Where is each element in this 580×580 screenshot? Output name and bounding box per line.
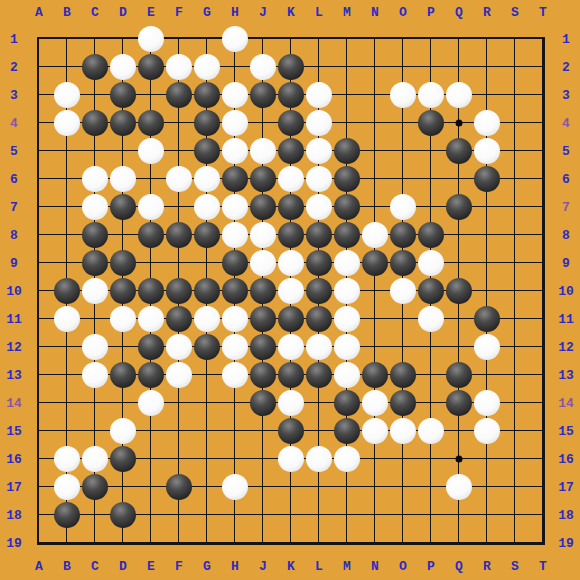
- row-label-right: 16: [558, 452, 574, 467]
- black-stone: [194, 110, 220, 136]
- column-label-bottom: H: [231, 559, 239, 574]
- black-stone: [82, 110, 108, 136]
- white-stone: [306, 334, 332, 360]
- black-stone: [110, 362, 136, 388]
- black-stone: [194, 222, 220, 248]
- column-label-top: P: [427, 5, 435, 20]
- black-stone: [334, 138, 360, 164]
- white-stone: [306, 110, 332, 136]
- column-label-bottom: K: [287, 559, 295, 574]
- white-stone: [54, 446, 80, 472]
- white-stone: [194, 166, 220, 192]
- black-stone: [222, 278, 248, 304]
- white-stone: [390, 82, 416, 108]
- row-label-right: 4: [562, 116, 570, 131]
- black-stone: [334, 390, 360, 416]
- black-stone: [278, 362, 304, 388]
- white-stone: [446, 474, 472, 500]
- white-stone: [278, 390, 304, 416]
- black-stone: [306, 278, 332, 304]
- black-stone: [138, 278, 164, 304]
- black-stone: [250, 82, 276, 108]
- black-stone: [166, 222, 192, 248]
- row-label-right: 6: [562, 172, 570, 187]
- column-label-bottom: S: [511, 559, 519, 574]
- white-stone: [334, 306, 360, 332]
- black-stone: [110, 82, 136, 108]
- white-stone: [418, 250, 444, 276]
- column-label-top: H: [231, 5, 239, 20]
- column-label-top: R: [483, 5, 491, 20]
- black-stone: [82, 54, 108, 80]
- black-stone: [194, 138, 220, 164]
- row-label-right: 7: [562, 200, 570, 215]
- row-label-left: 16: [6, 452, 22, 467]
- black-stone: [306, 250, 332, 276]
- black-stone: [278, 138, 304, 164]
- white-stone: [82, 278, 108, 304]
- white-stone: [110, 166, 136, 192]
- white-stone: [82, 362, 108, 388]
- row-label-left: 6: [10, 172, 18, 187]
- white-stone: [334, 334, 360, 360]
- white-stone: [110, 306, 136, 332]
- black-stone: [390, 222, 416, 248]
- column-label-bottom: A: [35, 559, 43, 574]
- black-stone: [446, 390, 472, 416]
- black-stone: [222, 250, 248, 276]
- black-stone: [334, 194, 360, 220]
- white-stone: [222, 194, 248, 220]
- black-stone: [418, 222, 444, 248]
- black-stone: [278, 194, 304, 220]
- black-stone: [278, 82, 304, 108]
- row-label-left: 9: [10, 256, 18, 271]
- column-label-top: J: [259, 5, 267, 20]
- black-stone: [446, 362, 472, 388]
- hoshi-point: [455, 119, 462, 126]
- black-stone: [306, 222, 332, 248]
- black-stone: [418, 278, 444, 304]
- white-stone: [138, 26, 164, 52]
- white-stone: [250, 222, 276, 248]
- white-stone: [418, 82, 444, 108]
- black-stone: [110, 110, 136, 136]
- column-label-top: C: [91, 5, 99, 20]
- black-stone: [278, 110, 304, 136]
- row-label-right: 18: [558, 508, 574, 523]
- black-stone: [82, 250, 108, 276]
- white-stone: [306, 446, 332, 472]
- white-stone: [278, 250, 304, 276]
- white-stone: [474, 390, 500, 416]
- black-stone: [54, 278, 80, 304]
- black-stone: [278, 54, 304, 80]
- white-stone: [306, 166, 332, 192]
- white-stone: [54, 306, 80, 332]
- column-label-bottom: L: [315, 559, 323, 574]
- white-stone: [474, 110, 500, 136]
- column-label-bottom: Q: [455, 559, 463, 574]
- white-stone: [222, 306, 248, 332]
- black-stone: [474, 306, 500, 332]
- row-label-left: 4: [10, 116, 18, 131]
- column-label-top: E: [147, 5, 155, 20]
- black-stone: [334, 222, 360, 248]
- white-stone: [250, 138, 276, 164]
- black-stone: [82, 222, 108, 248]
- white-stone: [138, 194, 164, 220]
- white-stone: [222, 474, 248, 500]
- black-stone: [362, 250, 388, 276]
- black-stone: [110, 194, 136, 220]
- black-stone: [390, 390, 416, 416]
- black-stone: [82, 474, 108, 500]
- white-stone: [222, 138, 248, 164]
- column-label-top: A: [35, 5, 43, 20]
- black-stone: [110, 502, 136, 528]
- black-stone: [446, 278, 472, 304]
- row-label-right: 19: [558, 536, 574, 551]
- white-stone: [222, 334, 248, 360]
- black-stone: [166, 82, 192, 108]
- column-label-bottom: E: [147, 559, 155, 574]
- row-label-left: 11: [6, 312, 22, 327]
- white-stone: [194, 54, 220, 80]
- black-stone: [194, 278, 220, 304]
- row-label-right: 13: [558, 368, 574, 383]
- black-stone: [138, 222, 164, 248]
- white-stone: [110, 418, 136, 444]
- white-stone: [166, 166, 192, 192]
- black-stone: [166, 474, 192, 500]
- column-label-top: S: [511, 5, 519, 20]
- column-label-bottom: T: [539, 559, 547, 574]
- white-stone: [166, 362, 192, 388]
- row-label-right: 5: [562, 144, 570, 159]
- white-stone: [222, 362, 248, 388]
- white-stone: [418, 306, 444, 332]
- black-stone: [390, 250, 416, 276]
- row-label-right: 12: [558, 340, 574, 355]
- white-stone: [82, 446, 108, 472]
- black-stone: [278, 222, 304, 248]
- black-stone: [306, 306, 332, 332]
- white-stone: [390, 418, 416, 444]
- white-stone: [390, 194, 416, 220]
- white-stone: [334, 446, 360, 472]
- white-stone: [446, 82, 472, 108]
- black-stone: [166, 278, 192, 304]
- row-label-right: 1: [562, 32, 570, 47]
- white-stone: [474, 334, 500, 360]
- column-label-bottom: O: [399, 559, 407, 574]
- white-stone: [194, 306, 220, 332]
- black-stone: [278, 418, 304, 444]
- column-label-bottom: G: [203, 559, 211, 574]
- column-label-top: L: [315, 5, 323, 20]
- white-stone: [194, 194, 220, 220]
- white-stone: [278, 278, 304, 304]
- column-label-bottom: P: [427, 559, 435, 574]
- black-stone: [306, 362, 332, 388]
- column-label-top: Q: [455, 5, 463, 20]
- black-stone: [110, 250, 136, 276]
- white-stone: [110, 54, 136, 80]
- white-stone: [138, 138, 164, 164]
- white-stone: [166, 54, 192, 80]
- column-label-top: G: [203, 5, 211, 20]
- row-label-left: 1: [10, 32, 18, 47]
- black-stone: [138, 362, 164, 388]
- white-stone: [82, 194, 108, 220]
- column-label-bottom: D: [119, 559, 127, 574]
- black-stone: [362, 362, 388, 388]
- white-stone: [306, 194, 332, 220]
- column-label-bottom: R: [483, 559, 491, 574]
- column-label-top: F: [175, 5, 183, 20]
- white-stone: [362, 222, 388, 248]
- white-stone: [334, 362, 360, 388]
- white-stone: [222, 222, 248, 248]
- black-stone: [446, 138, 472, 164]
- column-label-top: N: [371, 5, 379, 20]
- black-stone: [194, 82, 220, 108]
- row-label-right: 11: [558, 312, 574, 327]
- white-stone: [222, 110, 248, 136]
- black-stone: [110, 278, 136, 304]
- white-stone: [166, 334, 192, 360]
- white-stone: [334, 250, 360, 276]
- black-stone: [250, 306, 276, 332]
- black-stone: [334, 166, 360, 192]
- column-label-top: T: [539, 5, 547, 20]
- row-label-left: 19: [6, 536, 22, 551]
- row-label-left: 14: [6, 396, 22, 411]
- column-label-bottom: M: [343, 559, 351, 574]
- black-stone: [390, 362, 416, 388]
- column-label-top: M: [343, 5, 351, 20]
- row-label-right: 9: [562, 256, 570, 271]
- hoshi-point: [455, 455, 462, 462]
- white-stone: [418, 418, 444, 444]
- go-board[interactable]: AABBCCDDEEFFGGHHJJKKLLMMNNOOPPQQRRSSTT11…: [0, 0, 580, 580]
- white-stone: [82, 166, 108, 192]
- column-label-top: K: [287, 5, 295, 20]
- white-stone: [390, 278, 416, 304]
- column-label-bottom: C: [91, 559, 99, 574]
- black-stone: [138, 54, 164, 80]
- white-stone: [222, 82, 248, 108]
- black-stone: [222, 166, 248, 192]
- row-label-right: 15: [558, 424, 574, 439]
- white-stone: [278, 334, 304, 360]
- row-label-left: 17: [6, 480, 22, 495]
- black-stone: [138, 110, 164, 136]
- white-stone: [278, 446, 304, 472]
- black-stone: [250, 166, 276, 192]
- column-label-bottom: B: [63, 559, 71, 574]
- row-label-left: 8: [10, 228, 18, 243]
- column-label-bottom: J: [259, 559, 267, 574]
- white-stone: [54, 110, 80, 136]
- black-stone: [446, 194, 472, 220]
- white-stone: [334, 278, 360, 304]
- white-stone: [54, 82, 80, 108]
- white-stone: [362, 418, 388, 444]
- column-label-top: O: [399, 5, 407, 20]
- row-label-right: 2: [562, 60, 570, 75]
- black-stone: [166, 306, 192, 332]
- white-stone: [278, 166, 304, 192]
- white-stone: [138, 306, 164, 332]
- white-stone: [474, 418, 500, 444]
- row-label-left: 2: [10, 60, 18, 75]
- black-stone: [110, 446, 136, 472]
- white-stone: [54, 474, 80, 500]
- black-stone: [250, 278, 276, 304]
- white-stone: [306, 138, 332, 164]
- black-stone: [474, 166, 500, 192]
- white-stone: [222, 26, 248, 52]
- white-stone: [362, 390, 388, 416]
- row-label-right: 3: [562, 88, 570, 103]
- white-stone: [250, 54, 276, 80]
- black-stone: [250, 362, 276, 388]
- black-stone: [194, 334, 220, 360]
- row-label-right: 8: [562, 228, 570, 243]
- row-label-left: 7: [10, 200, 18, 215]
- column-label-bottom: N: [371, 559, 379, 574]
- black-stone: [250, 390, 276, 416]
- row-label-left: 10: [6, 284, 22, 299]
- black-stone: [250, 194, 276, 220]
- column-label-bottom: F: [175, 559, 183, 574]
- white-stone: [474, 138, 500, 164]
- row-label-left: 5: [10, 144, 18, 159]
- black-stone: [418, 110, 444, 136]
- row-label-right: 14: [558, 396, 574, 411]
- column-label-top: D: [119, 5, 127, 20]
- row-label-right: 17: [558, 480, 574, 495]
- white-stone: [138, 390, 164, 416]
- white-stone: [306, 82, 332, 108]
- white-stone: [250, 250, 276, 276]
- row-label-left: 3: [10, 88, 18, 103]
- row-label-left: 18: [6, 508, 22, 523]
- black-stone: [138, 334, 164, 360]
- black-stone: [250, 334, 276, 360]
- row-label-right: 10: [558, 284, 574, 299]
- row-label-left: 13: [6, 368, 22, 383]
- row-label-left: 15: [6, 424, 22, 439]
- black-stone: [334, 418, 360, 444]
- white-stone: [82, 334, 108, 360]
- black-stone: [278, 306, 304, 332]
- row-label-left: 12: [6, 340, 22, 355]
- column-label-top: B: [63, 5, 71, 20]
- black-stone: [54, 502, 80, 528]
